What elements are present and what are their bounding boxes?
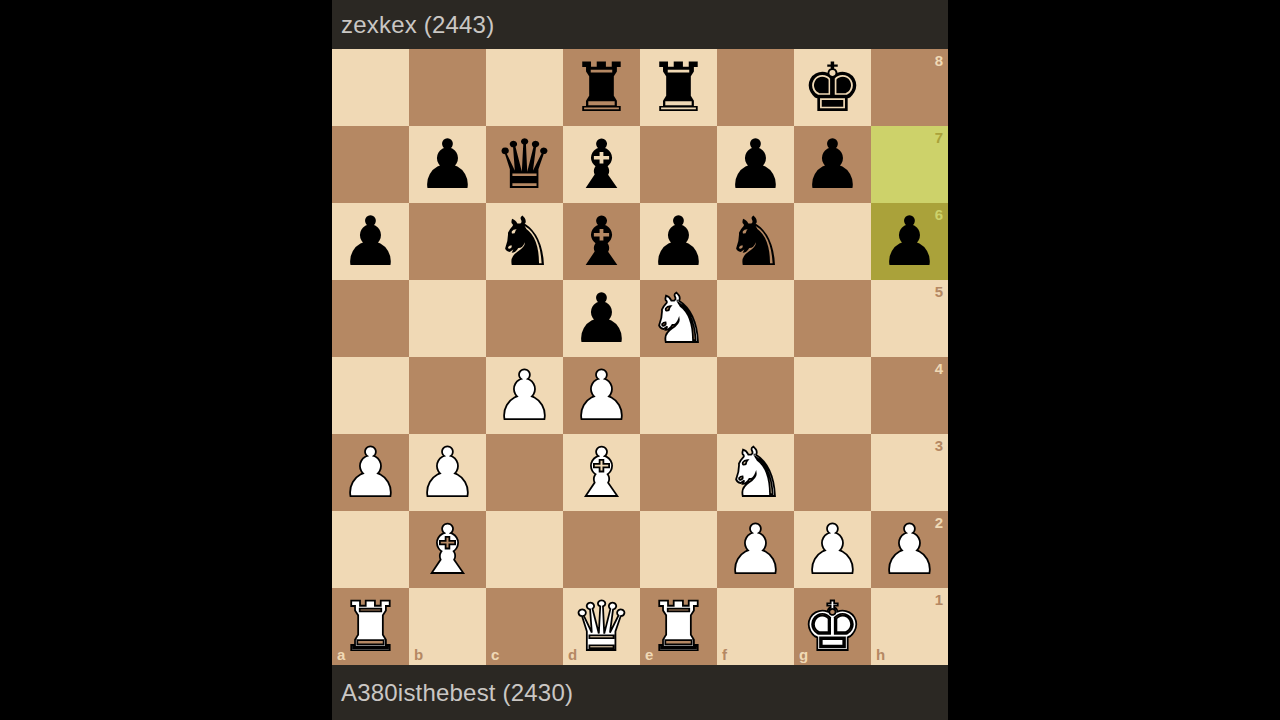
- piece-black-pawn-b7[interactable]: ♟: [417, 131, 478, 199]
- piece-white-rook-e1[interactable]: ♜: [648, 593, 709, 661]
- file-label-a: a: [337, 647, 345, 662]
- square-b8[interactable]: [409, 49, 486, 126]
- square-c4[interactable]: ♟: [486, 357, 563, 434]
- square-d3[interactable]: ♝: [563, 434, 640, 511]
- square-c5[interactable]: [486, 280, 563, 357]
- piece-white-pawn-d4[interactable]: ♟: [571, 362, 632, 430]
- square-g3[interactable]: [794, 434, 871, 511]
- square-b5[interactable]: [409, 280, 486, 357]
- square-d4[interactable]: ♟: [563, 357, 640, 434]
- file-label-e: e: [645, 647, 653, 662]
- piece-black-rook-d8[interactable]: ♜: [571, 54, 632, 122]
- piece-white-knight-f3[interactable]: ♞: [725, 439, 786, 507]
- piece-black-queen-c7[interactable]: ♛: [494, 131, 555, 199]
- rank-label-1: 1: [935, 592, 943, 607]
- piece-white-pawn-g2[interactable]: ♟: [802, 516, 863, 584]
- square-h7[interactable]: 7: [871, 126, 948, 203]
- file-label-g: g: [799, 647, 808, 662]
- square-b3[interactable]: ♟: [409, 434, 486, 511]
- square-c7[interactable]: ♛: [486, 126, 563, 203]
- file-label-b: b: [414, 647, 423, 662]
- square-h8[interactable]: 8: [871, 49, 948, 126]
- square-a3[interactable]: ♟: [332, 434, 409, 511]
- square-a8[interactable]: [332, 49, 409, 126]
- file-label-f: f: [722, 647, 727, 662]
- square-b6[interactable]: [409, 203, 486, 280]
- video-frame: zexkex (2443) ♜♜♚8♟♛♝♟♟7♟♞♝♟♞6♟♟♞5♟♟4♟♟♝…: [0, 0, 1280, 720]
- square-c2[interactable]: [486, 511, 563, 588]
- square-a2[interactable]: [332, 511, 409, 588]
- square-d2[interactable]: [563, 511, 640, 588]
- square-h6[interactable]: 6♟: [871, 203, 948, 280]
- square-c1[interactable]: c: [486, 588, 563, 665]
- piece-black-pawn-e6[interactable]: ♟: [648, 208, 709, 276]
- square-h3[interactable]: 3: [871, 434, 948, 511]
- piece-black-pawn-d5[interactable]: ♟: [571, 285, 632, 353]
- game-column: zexkex (2443) ♜♜♚8♟♛♝♟♟7♟♞♝♟♞6♟♟♞5♟♟4♟♟♝…: [332, 0, 948, 720]
- player-top-label: zexkex (2443): [341, 11, 494, 39]
- square-e5[interactable]: ♞: [640, 280, 717, 357]
- square-e4[interactable]: [640, 357, 717, 434]
- square-a1[interactable]: a♜: [332, 588, 409, 665]
- piece-white-rook-a1[interactable]: ♜: [340, 593, 401, 661]
- piece-white-queen-d1[interactable]: ♛: [571, 593, 632, 661]
- file-label-c: c: [491, 647, 499, 662]
- piece-black-pawn-a6[interactable]: ♟: [340, 208, 401, 276]
- file-label-d: d: [568, 647, 577, 662]
- square-d6[interactable]: ♝: [563, 203, 640, 280]
- square-a5[interactable]: [332, 280, 409, 357]
- square-g5[interactable]: [794, 280, 871, 357]
- square-f4[interactable]: [717, 357, 794, 434]
- square-g7[interactable]: ♟: [794, 126, 871, 203]
- square-f2[interactable]: ♟: [717, 511, 794, 588]
- square-g2[interactable]: ♟: [794, 511, 871, 588]
- square-e6[interactable]: ♟: [640, 203, 717, 280]
- square-c8[interactable]: [486, 49, 563, 126]
- square-d8[interactable]: ♜: [563, 49, 640, 126]
- rank-label-4: 4: [935, 361, 943, 376]
- piece-white-pawn-c4[interactable]: ♟: [494, 362, 555, 430]
- square-c3[interactable]: [486, 434, 563, 511]
- chess-board[interactable]: ♜♜♚8♟♛♝♟♟7♟♞♝♟♞6♟♟♞5♟♟4♟♟♝♞3♝♟♟2♟a♜bcd♛e…: [332, 49, 948, 665]
- square-d7[interactable]: ♝: [563, 126, 640, 203]
- square-g6[interactable]: [794, 203, 871, 280]
- square-e7[interactable]: [640, 126, 717, 203]
- player-bottom-label: A380isthebest (2430): [341, 679, 573, 707]
- piece-black-knight-f6[interactable]: ♞: [725, 208, 786, 276]
- file-label-h: h: [876, 647, 885, 662]
- square-d5[interactable]: ♟: [563, 280, 640, 357]
- piece-black-rook-e8[interactable]: ♜: [648, 54, 709, 122]
- rank-label-2: 2: [935, 515, 943, 530]
- square-f1[interactable]: f: [717, 588, 794, 665]
- square-e1[interactable]: e♜: [640, 588, 717, 665]
- square-h5[interactable]: 5: [871, 280, 948, 357]
- square-g1[interactable]: g♚: [794, 588, 871, 665]
- piece-black-knight-c6[interactable]: ♞: [494, 208, 555, 276]
- square-f7[interactable]: ♟: [717, 126, 794, 203]
- square-c6[interactable]: ♞: [486, 203, 563, 280]
- piece-white-pawn-a3[interactable]: ♟: [340, 439, 401, 507]
- square-e8[interactable]: ♜: [640, 49, 717, 126]
- rank-label-7: 7: [935, 130, 943, 145]
- square-f6[interactable]: ♞: [717, 203, 794, 280]
- piece-black-pawn-h6[interactable]: ♟: [879, 208, 940, 276]
- square-f8[interactable]: [717, 49, 794, 126]
- piece-white-knight-e5[interactable]: ♞: [648, 285, 709, 353]
- rank-label-8: 8: [935, 53, 943, 68]
- rank-label-5: 5: [935, 284, 943, 299]
- square-f5[interactable]: [717, 280, 794, 357]
- square-h2[interactable]: 2♟: [871, 511, 948, 588]
- square-h4[interactable]: 4: [871, 357, 948, 434]
- square-f3[interactable]: ♞: [717, 434, 794, 511]
- piece-black-bishop-d6[interactable]: ♝: [571, 208, 632, 276]
- rank-label-6: 6: [935, 207, 943, 222]
- rank-label-3: 3: [935, 438, 943, 453]
- square-b2[interactable]: ♝: [409, 511, 486, 588]
- piece-white-bishop-d3[interactable]: ♝: [571, 439, 632, 507]
- square-b1[interactable]: b: [409, 588, 486, 665]
- player-top-bar: zexkex (2443): [332, 0, 948, 49]
- square-h1[interactable]: 1h: [871, 588, 948, 665]
- square-e3[interactable]: [640, 434, 717, 511]
- piece-black-pawn-g7[interactable]: ♟: [802, 131, 863, 199]
- piece-black-king-g8[interactable]: ♚: [802, 54, 863, 122]
- square-b4[interactable]: [409, 357, 486, 434]
- square-e2[interactable]: [640, 511, 717, 588]
- piece-white-pawn-h2[interactable]: ♟: [879, 516, 940, 584]
- square-b7[interactable]: ♟: [409, 126, 486, 203]
- piece-white-king-g1[interactable]: ♚: [802, 593, 863, 661]
- square-a7[interactable]: [332, 126, 409, 203]
- square-g4[interactable]: [794, 357, 871, 434]
- piece-white-pawn-f2[interactable]: ♟: [725, 516, 786, 584]
- piece-white-pawn-b3[interactable]: ♟: [417, 439, 478, 507]
- square-g8[interactable]: ♚: [794, 49, 871, 126]
- square-d1[interactable]: d♛: [563, 588, 640, 665]
- square-a6[interactable]: ♟: [332, 203, 409, 280]
- piece-black-pawn-f7[interactable]: ♟: [725, 131, 786, 199]
- player-bottom-bar: A380isthebest (2430): [332, 665, 948, 720]
- piece-black-bishop-d7[interactable]: ♝: [571, 131, 632, 199]
- piece-white-bishop-b2[interactable]: ♝: [417, 516, 478, 584]
- square-a4[interactable]: [332, 357, 409, 434]
